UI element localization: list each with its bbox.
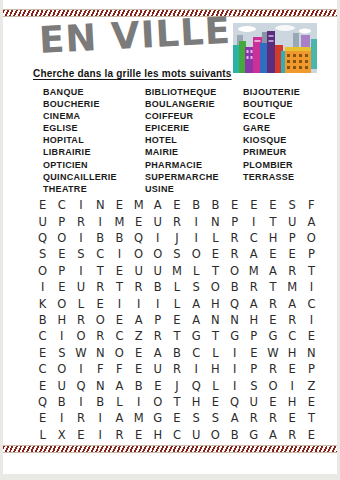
grid-cell[interactable]: A	[263, 263, 282, 279]
grid-cell[interactable]: C	[52, 197, 71, 213]
grid-cell[interactable]: E	[302, 427, 321, 443]
grid-cell[interactable]: B	[225, 279, 244, 295]
grid-cell[interactable]: C	[33, 328, 52, 344]
grid-cell[interactable]: I	[302, 279, 321, 295]
grid-cell[interactable]: P	[225, 213, 244, 229]
word-column: BIJOUTERIEBOUTIQUEECOLEGAREKIOSQUEPRIMEU…	[243, 86, 323, 195]
grid-cell[interactable]: C	[283, 328, 302, 344]
grid-cell[interactable]: H	[187, 394, 206, 410]
grid-cell[interactable]: T	[206, 328, 225, 344]
grid-cell[interactable]: S	[52, 345, 71, 361]
grid-cell[interactable]: G	[225, 328, 244, 344]
grid-cell[interactable]: H	[206, 295, 225, 311]
grid-cell[interactable]: I	[71, 394, 90, 410]
grid-cell[interactable]: Q	[225, 295, 244, 311]
word-item[interactable]: USINE	[145, 183, 243, 195]
grid-cell[interactable]: E	[225, 197, 244, 213]
grid-cell[interactable]: F	[302, 197, 321, 213]
word-item[interactable]: MAIRIE	[145, 146, 243, 158]
grid-cell[interactable]: G	[244, 427, 263, 443]
word-column: BIBLIOTHEQUEBOULANGERIECOIFFEUREPICERIEH…	[145, 86, 243, 195]
word-item[interactable]: BIBLIOTHEQUE	[145, 86, 243, 98]
word-item[interactable]: PLOMBIER	[243, 159, 323, 171]
word-item[interactable]: HOTEL	[145, 134, 243, 146]
grid-cell[interactable]: G	[263, 328, 282, 344]
grid-cell[interactable]: P	[302, 246, 321, 262]
grid-cell[interactable]: X	[52, 427, 71, 443]
word-item[interactable]: EPICERIE	[145, 122, 243, 134]
grid-cell[interactable]: E	[33, 377, 52, 393]
grid-cell[interactable]: S	[33, 246, 52, 262]
grid-cell[interactable]: S	[187, 410, 206, 426]
grid-cell[interactable]: C	[167, 427, 186, 443]
grid-cell[interactable]: A	[244, 246, 263, 262]
word-item[interactable]: OPTICIEN	[43, 159, 145, 171]
grid-cell[interactable]: T	[91, 263, 110, 279]
grid-cell[interactable]: L	[187, 263, 206, 279]
grid-cell[interactable]: O	[110, 345, 129, 361]
word-item[interactable]: BOULANGERIE	[145, 98, 243, 110]
grid-cell[interactable]: O	[52, 295, 71, 311]
word-list: BANQUEBOUCHERIECINEMAEGLISEHOPITALLIBRAI…	[43, 86, 323, 195]
grid-cell[interactable]: U	[33, 213, 52, 229]
grid-cell[interactable]: I	[187, 230, 206, 246]
grid-cell[interactable]: Q	[225, 394, 244, 410]
grid-cell[interactable]: P	[244, 328, 263, 344]
grid-cell[interactable]: S	[71, 246, 90, 262]
grid-cell[interactable]: C	[33, 361, 52, 377]
grid-cell[interactable]: I	[33, 279, 52, 295]
grid-cell[interactable]: G	[148, 410, 167, 426]
grid-cell[interactable]: M	[244, 263, 263, 279]
grid-cell[interactable]: O	[33, 263, 52, 279]
grid-cell[interactable]: B	[33, 312, 52, 328]
grid-cell[interactable]: P	[283, 230, 302, 246]
grid-cell[interactable]: A	[148, 197, 167, 213]
grid-cell[interactable]: E	[263, 246, 282, 262]
grid-cell[interactable]: C	[91, 246, 110, 262]
grid-cell[interactable]: I	[187, 361, 206, 377]
grid-cell[interactable]: B	[187, 197, 206, 213]
word-item[interactable]: EGLISE	[43, 122, 145, 134]
grid-cell[interactable]: W	[263, 345, 282, 361]
grid-cell[interactable]: T	[263, 213, 282, 229]
grid-cell[interactable]: P	[52, 213, 71, 229]
grid-cell[interactable]: N	[206, 312, 225, 328]
grid-cell[interactable]: E	[129, 213, 148, 229]
grid-cell[interactable]: E	[129, 345, 148, 361]
grid-cell[interactable]: M	[129, 410, 148, 426]
grid-cell[interactable]: R	[91, 328, 110, 344]
grid-cell[interactable]: I	[71, 361, 90, 377]
grid-cell[interactable]: E	[33, 410, 52, 426]
wordsearch-grid: ECINEMAEBBEEESFUPRIMEURINPITUAQOIBBQIJIL…	[33, 197, 321, 443]
grid-cell[interactable]: N	[206, 213, 225, 229]
grid-cell[interactable]: I	[225, 377, 244, 393]
grid-cell[interactable]: T	[302, 263, 321, 279]
grid-cell[interactable]: A	[187, 312, 206, 328]
grid-cell[interactable]: E	[263, 197, 282, 213]
grid-cell[interactable]: E	[129, 361, 148, 377]
grid-cell[interactable]: T	[302, 410, 321, 426]
grid-cell[interactable]: P	[148, 312, 167, 328]
city-illustration	[233, 23, 317, 73]
word-item[interactable]: BANQUE	[43, 86, 145, 98]
word-item[interactable]: COIFFEUR	[145, 110, 243, 122]
grid-cell[interactable]: B	[91, 230, 110, 246]
grid-cell[interactable]: I	[244, 213, 263, 229]
grid-cell[interactable]: F	[91, 361, 110, 377]
grid-cell[interactable]: O	[148, 246, 167, 262]
grid-cell[interactable]: O	[52, 230, 71, 246]
grid-cell[interactable]: A	[110, 410, 129, 426]
word-item[interactable]: TERRASSE	[243, 171, 323, 183]
grid-cell[interactable]: L	[206, 377, 225, 393]
grid-cell[interactable]: E	[302, 394, 321, 410]
grid-cell[interactable]: Q	[33, 230, 52, 246]
grid-cell[interactable]: W	[71, 345, 90, 361]
grid-cell[interactable]: E	[206, 394, 225, 410]
grid-cell[interactable]: B	[91, 394, 110, 410]
word-item[interactable]: LIBRAIRIE	[43, 146, 145, 158]
grid-cell[interactable]: E	[167, 197, 186, 213]
grid-cell[interactable]: I	[71, 197, 90, 213]
word-item[interactable]: GARE	[243, 122, 323, 134]
grid-cell[interactable]: S	[283, 197, 302, 213]
grid-cell[interactable]: H	[263, 230, 282, 246]
grid-cell[interactable]: E	[91, 295, 110, 311]
grid-cell[interactable]: H	[148, 427, 167, 443]
grid-cell[interactable]: A	[263, 427, 282, 443]
grid-cell[interactable]: E	[283, 410, 302, 426]
grid-cell[interactable]: I	[225, 345, 244, 361]
grid-cell[interactable]: R	[283, 427, 302, 443]
grid-cell[interactable]: I	[110, 246, 129, 262]
grid-cell[interactable]: R	[225, 230, 244, 246]
grid-cell[interactable]: E	[148, 377, 167, 393]
grid-cell[interactable]: I	[52, 328, 71, 344]
grid-cell[interactable]: F	[110, 361, 129, 377]
word-item[interactable]: PRIMEUR	[243, 146, 323, 158]
grid-cell[interactable]: P	[302, 361, 321, 377]
grid-cell[interactable]: Z	[302, 377, 321, 393]
grid-cell[interactable]: A	[302, 213, 321, 229]
grid-cell[interactable]: E	[206, 246, 225, 262]
grid-cell[interactable]: H	[244, 312, 263, 328]
grid-cell[interactable]: A	[225, 410, 244, 426]
grid-cell[interactable]: M	[129, 197, 148, 213]
grid-cell[interactable]: R	[148, 328, 167, 344]
grid-cell[interactable]: O	[148, 394, 167, 410]
grid-cell[interactable]: I	[283, 377, 302, 393]
grid-cell[interactable]: E	[263, 312, 282, 328]
grid-cell[interactable]: O	[206, 279, 225, 295]
grid-cell[interactable]: E	[244, 197, 263, 213]
grid-cell[interactable]: U	[244, 394, 263, 410]
word-item[interactable]: ECOLE	[243, 110, 323, 122]
grid-cell[interactable]: E	[129, 427, 148, 443]
grid-cell[interactable]: E	[283, 246, 302, 262]
grid-cell[interactable]: L	[71, 295, 90, 311]
grid-cell[interactable]: A	[283, 295, 302, 311]
grid-cell[interactable]: P	[244, 361, 263, 377]
grid-cell[interactable]: O	[52, 361, 71, 377]
grid-cell[interactable]: R	[110, 427, 129, 443]
grid-cell[interactable]: Z	[129, 328, 148, 344]
grid-cell[interactable]: P	[52, 263, 71, 279]
grid-cell[interactable]: J	[167, 377, 186, 393]
grid-cell[interactable]: J	[167, 230, 186, 246]
grid-cell[interactable]: I	[302, 312, 321, 328]
word-column: BANQUEBOUCHERIECINEMAEGLISEHOPITALLIBRAI…	[43, 86, 145, 195]
instruction-text: Cherche dans la grille les mots suivants	[33, 68, 232, 79]
word-item[interactable]: PHARMACIE	[145, 159, 243, 171]
grid-cell[interactable]: R	[71, 213, 90, 229]
grid-cell[interactable]: E	[283, 361, 302, 377]
grid-cell[interactable]: B	[52, 394, 71, 410]
grid-cell[interactable]: R	[244, 410, 263, 426]
grid-cell[interactable]: T	[167, 394, 186, 410]
grid-cell[interactable]: R	[91, 279, 110, 295]
grid-cell[interactable]: C	[302, 295, 321, 311]
word-item[interactable]: BOUCHERIE	[43, 98, 145, 110]
grid-cell[interactable]: A	[148, 345, 167, 361]
grid-cell[interactable]: Q	[71, 377, 90, 393]
grid-cell[interactable]: U	[52, 377, 71, 393]
grid-cell[interactable]: M	[110, 213, 129, 229]
word-item[interactable]: KIOSQUE	[243, 134, 323, 146]
grid-cell[interactable]: B	[167, 345, 186, 361]
grid-cell[interactable]: U	[283, 213, 302, 229]
grid-cell[interactable]: E	[167, 312, 186, 328]
grid-cell[interactable]: O	[225, 263, 244, 279]
grid-cell[interactable]: R	[244, 279, 263, 295]
grid-cell[interactable]: R	[225, 246, 244, 262]
grid-cell[interactable]: M	[167, 263, 186, 279]
grid-cell[interactable]: Q	[187, 377, 206, 393]
grid-cell[interactable]: O	[129, 246, 148, 262]
grid-cell[interactable]: E	[110, 263, 129, 279]
grid-cell[interactable]: H	[283, 394, 302, 410]
page-title: EN VILLE	[36, 9, 234, 62]
grid-cell[interactable]: E	[302, 328, 321, 344]
grid-cell[interactable]: S	[187, 279, 206, 295]
grid-cell[interactable]: R	[263, 361, 282, 377]
grid-cell[interactable]: I	[225, 361, 244, 377]
grid-cell[interactable]: R	[167, 361, 186, 377]
grid-cell[interactable]: I	[91, 410, 110, 426]
grid-cell[interactable]: N	[302, 345, 321, 361]
grid-cell[interactable]: I	[110, 295, 129, 311]
grid-cell[interactable]: T	[110, 279, 129, 295]
grid-cell[interactable]: N	[91, 377, 110, 393]
grid-cell[interactable]: L	[110, 394, 129, 410]
worksheet-page: EN VILLE Cherche dans la grille les mots…	[3, 0, 337, 474]
grid-cell[interactable]: O	[206, 427, 225, 443]
grid-cell[interactable]: B	[148, 279, 167, 295]
grid-cell[interactable]: C	[187, 345, 206, 361]
grid-cell[interactable]: I	[71, 263, 90, 279]
word-item[interactable]: HOPITAL	[43, 134, 145, 146]
grid-cell[interactable]: R	[167, 213, 186, 229]
grid-cell[interactable]: H	[52, 312, 71, 328]
grid-cell[interactable]: A	[129, 312, 148, 328]
grid-cell[interactable]: G	[187, 328, 206, 344]
grid-cell[interactable]: E	[167, 410, 186, 426]
grid-cell[interactable]: I	[91, 427, 110, 443]
grid-cell[interactable]: O	[187, 246, 206, 262]
grid-cell[interactable]: T	[167, 328, 186, 344]
grid-cell[interactable]: T	[263, 279, 282, 295]
grid-cell[interactable]: I	[187, 213, 206, 229]
grid-cell[interactable]: B	[129, 377, 148, 393]
grid-cell[interactable]: R	[71, 410, 90, 426]
grid-cell[interactable]: E	[110, 312, 129, 328]
grid-cell[interactable]: Q	[33, 394, 52, 410]
grid-cell[interactable]: I	[91, 213, 110, 229]
grid-cell[interactable]: B	[206, 197, 225, 213]
grid-cell[interactable]: I	[71, 230, 90, 246]
grid-cell[interactable]: R	[283, 312, 302, 328]
grid-cell[interactable]: S	[167, 246, 186, 262]
grid-cell[interactable]: O	[302, 230, 321, 246]
grid-cell[interactable]: M	[283, 279, 302, 295]
grid-cell[interactable]: E	[244, 345, 263, 361]
grid-cell[interactable]: E	[33, 197, 52, 213]
grid-cell[interactable]: R	[263, 295, 282, 311]
word-item[interactable]: CINEMA	[43, 110, 145, 122]
grid-cell[interactable]: I	[129, 394, 148, 410]
grid-cell[interactable]: L	[33, 427, 52, 443]
grid-cell[interactable]: U	[148, 361, 167, 377]
grid-cell[interactable]: E	[71, 427, 90, 443]
grid-cell[interactable]: O	[91, 312, 110, 328]
grid-cell[interactable]: K	[33, 295, 52, 311]
grid-cell[interactable]: I	[52, 410, 71, 426]
grid-cell[interactable]: E	[52, 246, 71, 262]
grid-cell[interactable]: A	[244, 295, 263, 311]
grid-cell[interactable]: U	[148, 263, 167, 279]
grid-cell[interactable]: Q	[129, 230, 148, 246]
grid-cell[interactable]: I	[148, 230, 167, 246]
grid-cell[interactable]: U	[187, 427, 206, 443]
grid-cell[interactable]: C	[244, 230, 263, 246]
grid-cell[interactable]: I	[129, 295, 148, 311]
grid-cell[interactable]: U	[148, 213, 167, 229]
grid-cell[interactable]: R	[71, 312, 90, 328]
grid-cell[interactable]: O	[71, 328, 90, 344]
grid-cell[interactable]: I	[148, 295, 167, 311]
grid-cell[interactable]: S	[244, 377, 263, 393]
word-item[interactable]: QUINCAILLERIE	[43, 171, 145, 183]
grid-cell[interactable]: U	[129, 263, 148, 279]
grid-cell[interactable]: S	[206, 410, 225, 426]
grid-cell[interactable]: E	[33, 345, 52, 361]
grid-cell[interactable]: E	[263, 394, 282, 410]
grid-cell[interactable]: U	[71, 279, 90, 295]
grid-cell[interactable]: N	[225, 312, 244, 328]
grid-cell[interactable]: B	[110, 230, 129, 246]
grid-cell[interactable]: L	[167, 279, 186, 295]
grid-cell[interactable]: H	[206, 361, 225, 377]
grid-cell[interactable]: C	[110, 328, 129, 344]
word-item[interactable]: SUPERMARCHE	[145, 171, 243, 183]
word-item[interactable]: BIJOUTERIE	[243, 86, 323, 98]
grid-cell[interactable]: N	[91, 345, 110, 361]
grid-cell[interactable]: N	[91, 197, 110, 213]
grid-cell[interactable]: B	[225, 427, 244, 443]
grid-cell[interactable]: E	[52, 279, 71, 295]
word-item[interactable]: THEATRE	[43, 183, 145, 195]
grid-cell[interactable]: A	[187, 295, 206, 311]
grid-cell[interactable]: R	[283, 263, 302, 279]
grid-cell[interactable]: L	[206, 230, 225, 246]
grid-cell[interactable]: O	[263, 377, 282, 393]
word-item[interactable]: BOUTIQUE	[243, 98, 323, 110]
grid-cell[interactable]: H	[283, 345, 302, 361]
grid-cell[interactable]: L	[167, 295, 186, 311]
grid-cell[interactable]: A	[110, 377, 129, 393]
grid-cell[interactable]: T	[206, 263, 225, 279]
grid-cell[interactable]: E	[110, 197, 129, 213]
grid-cell[interactable]: R	[129, 279, 148, 295]
rope-border-bottom	[3, 445, 337, 453]
grid-cell[interactable]: L	[206, 345, 225, 361]
grid-cell[interactable]: R	[263, 410, 282, 426]
